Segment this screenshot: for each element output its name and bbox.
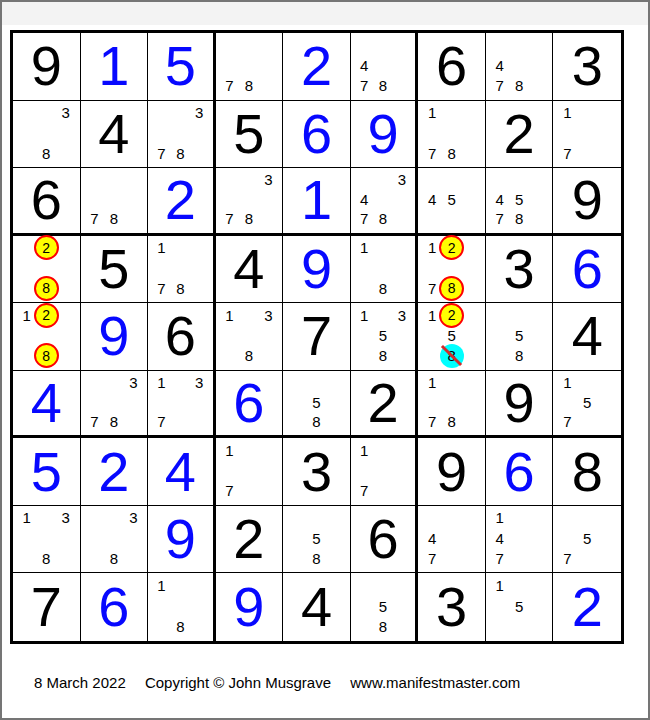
- given-digit: 8: [553, 438, 621, 505]
- candidate-circled: 2: [37, 238, 57, 258]
- candidate: 5: [374, 325, 393, 345]
- cell-r5c2[interactable]: 9: [81, 303, 149, 371]
- cell-r8c8[interactable]: 147: [486, 506, 554, 574]
- candidate-circled: 8: [37, 346, 57, 366]
- candidate-grid: 17: [351, 438, 416, 505]
- given-digit: 3: [486, 236, 553, 303]
- candidate-grid: 1358: [351, 303, 416, 370]
- cell-r9c5[interactable]: 4: [283, 573, 351, 641]
- candidate-grid: 1258: [418, 303, 485, 370]
- cell-r9c3[interactable]: 18: [148, 573, 216, 641]
- candidate-grid: 38: [13, 101, 80, 168]
- cell-r3c4[interactable]: 378: [216, 168, 284, 236]
- candidate: 1: [152, 238, 171, 258]
- candidate: 7: [557, 548, 577, 568]
- candidate: 7: [422, 143, 442, 163]
- given-digit: 2: [216, 506, 283, 573]
- candidate: 7: [85, 412, 105, 432]
- candidate: 8: [307, 412, 327, 432]
- candidate-grid: 47: [418, 506, 485, 573]
- candidate: 1: [355, 238, 374, 258]
- cell-r2c1[interactable]: 38: [13, 101, 81, 169]
- candidate-grid: 4578: [486, 168, 553, 233]
- cell-r9c8[interactable]: 15: [486, 573, 554, 641]
- cell-r7c6[interactable]: 17: [351, 438, 419, 506]
- candidate: 5: [374, 596, 393, 617]
- candidate: 1: [152, 575, 171, 596]
- cell-r7c5[interactable]: 3: [283, 438, 351, 506]
- candidate: 8: [239, 75, 259, 95]
- candidate: 7: [422, 548, 442, 568]
- solved-digit: 6: [486, 438, 553, 505]
- solved-digit: 9: [81, 303, 148, 370]
- candidate: 8: [509, 209, 529, 229]
- candidate: 8: [307, 548, 327, 568]
- candidate-grid: 17: [216, 438, 283, 505]
- candidate: 8: [442, 143, 462, 163]
- candidate-grid: 137: [148, 371, 213, 436]
- cell-r2c3[interactable]: 378: [148, 101, 216, 169]
- candidate: 7: [557, 412, 577, 432]
- given-digit: 9: [486, 371, 553, 436]
- candidate-grid: 138: [13, 506, 80, 573]
- candidate: 8: [442, 412, 462, 432]
- cell-r7c4[interactable]: 17: [216, 438, 284, 506]
- candidate-circled: 8: [442, 278, 462, 298]
- cell-r7c7[interactable]: 9: [418, 438, 486, 506]
- cell-r9c7[interactable]: 3: [418, 573, 486, 641]
- highlight-circle-icon: 8: [439, 276, 464, 301]
- cell-r2c6[interactable]: 9: [351, 101, 419, 169]
- candidate: 8: [374, 209, 393, 229]
- highlight-circle-icon: 2: [439, 303, 464, 328]
- candidate: 1: [557, 373, 577, 393]
- cell-r1c9[interactable]: 3: [553, 33, 621, 101]
- candidate: 8: [171, 616, 190, 637]
- candidate: 7: [557, 143, 577, 163]
- cell-r8c6[interactable]: 6: [351, 506, 419, 574]
- candidate: 3: [259, 170, 279, 190]
- candidate: 1: [557, 103, 577, 123]
- cell-r2c8[interactable]: 2: [486, 101, 554, 169]
- candidate: 3: [124, 373, 144, 393]
- cell-r1c8[interactable]: 478: [486, 33, 554, 101]
- cell-r4c9[interactable]: 6: [553, 236, 621, 304]
- candidate: 7: [490, 209, 510, 229]
- candidate: 8: [171, 143, 190, 163]
- given-digit: 6: [13, 168, 80, 233]
- highlight-circle-icon: 8: [34, 276, 59, 301]
- candidate-grid: 38: [81, 506, 148, 573]
- candidate-grid: 478: [351, 33, 416, 100]
- solved-digit: 6: [553, 236, 621, 303]
- solved-digit: 1: [283, 168, 350, 233]
- cell-r8c9[interactable]: 57: [553, 506, 621, 574]
- candidate: 7: [355, 75, 374, 95]
- cell-r1c1[interactable]: 9: [13, 33, 81, 101]
- given-digit: 4: [553, 303, 621, 370]
- cell-r5c6[interactable]: 1358: [351, 303, 419, 371]
- given-digit: 7: [13, 573, 80, 641]
- candidate: 7: [422, 412, 442, 432]
- candidate: 8: [374, 346, 393, 366]
- candidate-grid: 157: [553, 371, 621, 436]
- candidate-grid: 18: [148, 573, 213, 641]
- solved-digit: 2: [81, 438, 148, 505]
- candidate: 1: [490, 575, 510, 596]
- candidate: 5: [509, 325, 529, 345]
- candidate: 8: [171, 278, 190, 298]
- candidate: 3: [190, 373, 209, 393]
- candidate-grid: 378: [81, 371, 148, 436]
- candidate: 1: [220, 440, 240, 460]
- candidate: 3: [56, 103, 76, 123]
- candidate: 7: [490, 75, 510, 95]
- candidate: 8: [104, 548, 124, 568]
- cell-r2c9[interactable]: 17: [553, 101, 621, 169]
- candidate: 8: [37, 143, 57, 163]
- candidate: 3: [56, 508, 76, 528]
- cell-r5c7[interactable]: 1258: [418, 303, 486, 371]
- candidate: 8: [509, 75, 529, 95]
- candidate: 8: [104, 412, 124, 432]
- cell-r1c3[interactable]: 5: [148, 33, 216, 101]
- cell-r9c6[interactable]: 58: [351, 573, 419, 641]
- top-band: [2, 2, 648, 25]
- cell-r5c1[interactable]: 128: [13, 303, 81, 371]
- candidate: 3: [392, 305, 411, 325]
- candidate: 4: [422, 190, 442, 210]
- candidate-circled: 2: [442, 238, 462, 258]
- candidate: 4: [490, 55, 510, 75]
- cell-r7c1[interactable]: 5: [13, 438, 81, 506]
- given-digit: 2: [486, 101, 553, 168]
- candidate-circled: 8: [37, 278, 57, 298]
- cell-r4c8[interactable]: 3: [486, 236, 554, 304]
- cell-r5c9[interactable]: 4: [553, 303, 621, 371]
- elimination-highlight-icon: 8: [440, 344, 464, 368]
- candidate: 3: [124, 508, 144, 528]
- cell-r3c2[interactable]: 78: [81, 168, 149, 236]
- candidate: 5: [442, 190, 462, 210]
- candidate: 7: [220, 481, 240, 501]
- candidate: 1: [152, 373, 171, 393]
- cell-r3c8[interactable]: 4578: [486, 168, 554, 236]
- cell-r5c8[interactable]: 58: [486, 303, 554, 371]
- given-digit: 6: [418, 33, 485, 100]
- solved-digit: 9: [148, 506, 213, 573]
- candidate-grid: 15: [486, 573, 553, 641]
- candidate: 3: [259, 305, 279, 325]
- candidate-grid: 147: [486, 506, 553, 573]
- cell-r9c4[interactable]: 9: [216, 573, 284, 641]
- cell-r4c6[interactable]: 18: [351, 236, 419, 304]
- cell-r8c7[interactable]: 47: [418, 506, 486, 574]
- candidate-grid: 178: [148, 236, 213, 303]
- given-digit: 7: [283, 303, 350, 370]
- candidate: 8: [374, 278, 393, 298]
- candidate: 7: [152, 143, 171, 163]
- candidate: 7: [152, 412, 171, 432]
- candidate-grid: 128: [13, 303, 80, 370]
- cell-r1c2[interactable]: 1: [81, 33, 149, 101]
- candidate: 7: [220, 75, 240, 95]
- solved-digit: 2: [148, 168, 213, 233]
- candidate: 1: [355, 440, 374, 460]
- candidate: 8: [104, 209, 124, 229]
- candidate: 7: [152, 278, 171, 298]
- candidate: 7: [490, 548, 510, 568]
- candidate: 1: [490, 508, 510, 528]
- candidate: 4: [490, 528, 510, 548]
- cell-r6c2[interactable]: 378: [81, 371, 149, 439]
- sudoku-grid: 9157824786478338437856917821767823781347…: [10, 30, 624, 644]
- candidate: 5: [307, 392, 327, 412]
- candidate: 5: [442, 325, 462, 345]
- cell-r6c8[interactable]: 9: [486, 371, 554, 439]
- solved-digit: 1: [81, 33, 148, 100]
- cell-r8c1[interactable]: 138: [13, 506, 81, 574]
- candidate-circled: 2: [37, 305, 57, 325]
- footer-copyright: Copyright © John Musgrave: [145, 674, 331, 691]
- candidate-grid: 57: [553, 506, 621, 573]
- given-digit: 5: [216, 101, 283, 168]
- solved-digit: 9: [351, 101, 416, 168]
- cell-r2c4[interactable]: 5: [216, 101, 284, 169]
- cell-r6c5[interactable]: 58: [283, 371, 351, 439]
- candidate-grid: 58: [283, 506, 350, 573]
- candidate: 8: [239, 209, 259, 229]
- cell-r3c3[interactable]: 2: [148, 168, 216, 236]
- cell-r1c5[interactable]: 2: [283, 33, 351, 101]
- candidate: 7: [355, 209, 374, 229]
- cell-r5c5[interactable]: 7: [283, 303, 351, 371]
- candidate-grid: 78: [81, 168, 148, 233]
- cell-r9c1[interactable]: 7: [13, 573, 81, 641]
- candidate: 1: [422, 373, 442, 393]
- given-digit: 9: [553, 168, 621, 233]
- candidate-grid: 58: [283, 371, 350, 436]
- candidate-grid: 178: [418, 101, 485, 168]
- candidate: 1: [422, 103, 442, 123]
- given-digit: 5: [81, 236, 148, 303]
- given-digit: 6: [148, 303, 213, 370]
- cell-r8c4[interactable]: 2: [216, 506, 284, 574]
- solved-digit: 4: [148, 438, 213, 505]
- cell-r4c2[interactable]: 5: [81, 236, 149, 304]
- cell-r4c5[interactable]: 9: [283, 236, 351, 304]
- highlight-circle-icon: 2: [34, 235, 59, 260]
- given-digit: 4: [283, 573, 350, 641]
- candidate-grid: 78: [216, 33, 283, 100]
- candidate: 5: [577, 392, 597, 412]
- cell-r9c2[interactable]: 6: [81, 573, 149, 641]
- candidate: 4: [422, 528, 442, 548]
- cell-r6c3[interactable]: 137: [148, 371, 216, 439]
- candidate: 4: [490, 190, 510, 210]
- candidate: 5: [509, 596, 529, 617]
- cell-r9c9[interactable]: 2: [553, 573, 621, 641]
- candidate-grid: 1278: [418, 236, 485, 303]
- solved-digit: 5: [148, 33, 213, 100]
- given-digit: 4: [81, 101, 148, 168]
- candidate: 5: [577, 528, 597, 548]
- candidate-grid: 478: [486, 33, 553, 100]
- cell-r1c6[interactable]: 478: [351, 33, 419, 101]
- cell-r3c5[interactable]: 1: [283, 168, 351, 236]
- given-digit: 4: [216, 236, 283, 303]
- candidate: 7: [355, 481, 374, 501]
- solved-digit: 6: [81, 573, 148, 641]
- cell-r2c7[interactable]: 178: [418, 101, 486, 169]
- candidate-grid: 28: [13, 236, 80, 303]
- candidate: 7: [85, 209, 105, 229]
- candidate: 8: [37, 548, 57, 568]
- cell-r6c1[interactable]: 4: [13, 371, 81, 439]
- candidate-circled: 2: [442, 305, 462, 325]
- cell-r1c4[interactable]: 78: [216, 33, 284, 101]
- candidate-eliminated: 8: [442, 346, 462, 366]
- footer: 8 March 2022 Copyright © John Musgrave w…: [34, 674, 535, 691]
- given-digit: 9: [13, 33, 80, 100]
- cell-r7c8[interactable]: 6: [486, 438, 554, 506]
- cell-r4c3[interactable]: 178: [148, 236, 216, 304]
- given-digit: 3: [553, 33, 621, 100]
- cell-r3c6[interactable]: 3478: [351, 168, 419, 236]
- highlight-circle-icon: 8: [34, 343, 59, 368]
- cell-r3c1[interactable]: 6: [13, 168, 81, 236]
- candidate-grid: 378: [148, 101, 213, 168]
- solved-digit: 9: [216, 573, 283, 641]
- cell-r8c5[interactable]: 58: [283, 506, 351, 574]
- candidate: 5: [509, 190, 529, 210]
- candidate: 4: [355, 55, 374, 75]
- cell-r6c9[interactable]: 157: [553, 371, 621, 439]
- cell-r8c2[interactable]: 38: [81, 506, 149, 574]
- cell-r6c4[interactable]: 6: [216, 371, 284, 439]
- cell-r4c7[interactable]: 1278: [418, 236, 486, 304]
- cell-r4c4[interactable]: 4: [216, 236, 284, 304]
- cell-r2c5[interactable]: 6: [283, 101, 351, 169]
- solved-digit: 6: [283, 101, 350, 168]
- candidate: 5: [307, 528, 327, 548]
- cell-r6c6[interactable]: 2: [351, 371, 419, 439]
- candidate: 3: [190, 103, 209, 123]
- cell-r7c9[interactable]: 8: [553, 438, 621, 506]
- cell-r4c1[interactable]: 28: [13, 236, 81, 304]
- candidate: 8: [509, 346, 529, 366]
- highlight-circle-icon: 2: [439, 235, 464, 260]
- candidate-grid: 45: [418, 168, 485, 233]
- cell-r1c7[interactable]: 6: [418, 33, 486, 101]
- cell-r5c3[interactable]: 6: [148, 303, 216, 371]
- candidate-grid: 58: [486, 303, 553, 370]
- candidate: 1: [220, 305, 240, 325]
- cell-r6c7[interactable]: 178: [418, 371, 486, 439]
- cell-r5c4[interactable]: 138: [216, 303, 284, 371]
- cell-r7c3[interactable]: 4: [148, 438, 216, 506]
- solved-digit: 4: [13, 371, 80, 436]
- cell-r8c3[interactable]: 9: [148, 506, 216, 574]
- candidate-grid: 378: [216, 168, 283, 233]
- cell-r3c9[interactable]: 9: [553, 168, 621, 236]
- sudoku-page: 9157824786478338437856917821767823781347…: [0, 0, 650, 720]
- candidate: 4: [355, 190, 374, 210]
- candidate-grid: 17: [553, 101, 621, 168]
- solved-digit: 2: [553, 573, 621, 641]
- cell-r7c2[interactable]: 2: [81, 438, 149, 506]
- solved-digit: 2: [283, 33, 350, 100]
- candidate: 1: [17, 508, 37, 528]
- solved-digit: 6: [216, 371, 283, 436]
- candidate: 7: [220, 209, 240, 229]
- cell-r2c2[interactable]: 4: [81, 101, 149, 169]
- given-digit: 3: [283, 438, 350, 505]
- candidate-grid: 3478: [351, 168, 416, 233]
- solved-digit: 5: [13, 438, 80, 505]
- candidate: 8: [239, 346, 259, 366]
- given-digit: 9: [418, 438, 485, 505]
- candidate-grid: 138: [216, 303, 283, 370]
- highlight-circle-icon: 2: [34, 303, 59, 328]
- candidate: 8: [374, 75, 393, 95]
- candidate: 3: [392, 170, 411, 190]
- solved-digit: 9: [283, 236, 350, 303]
- candidate-grid: 58: [351, 573, 416, 641]
- candidate: 1: [355, 305, 374, 325]
- cell-r3c7[interactable]: 45: [418, 168, 486, 236]
- footer-website-link[interactable]: www.manifestmaster.com: [350, 674, 520, 691]
- given-digit: 3: [418, 573, 485, 641]
- footer-date: 8 March 2022: [34, 674, 126, 691]
- given-digit: 6: [351, 506, 416, 573]
- candidate: 8: [374, 616, 393, 637]
- given-digit: 2: [351, 371, 416, 436]
- candidate-grid: 18: [351, 236, 416, 303]
- candidate-grid: 178: [418, 371, 485, 436]
